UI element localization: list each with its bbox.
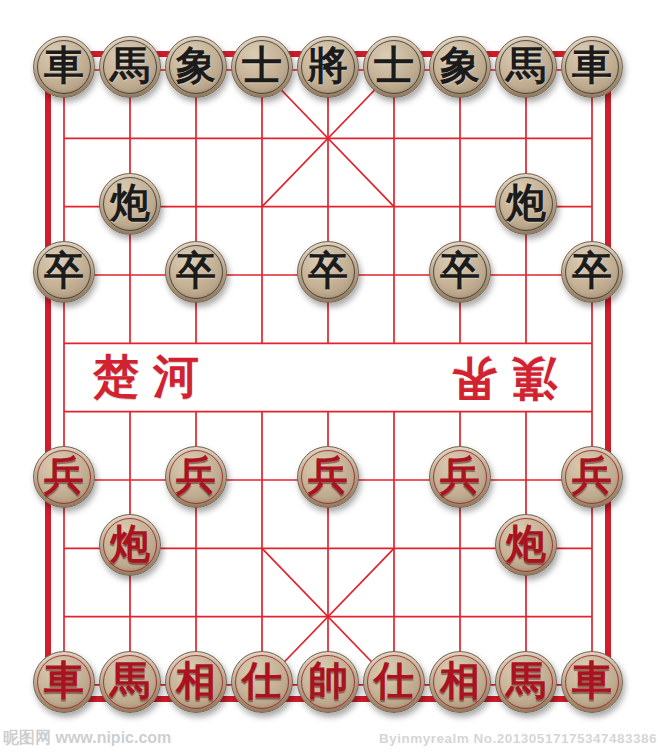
piece-glyph: 卒 bbox=[572, 251, 612, 291]
piece-black-soldier[interactable]: 卒 bbox=[165, 241, 227, 303]
piece-black-general[interactable]: 將 bbox=[297, 36, 359, 98]
piece-red-soldier[interactable]: 兵 bbox=[33, 446, 95, 508]
piece-glyph: 士 bbox=[242, 46, 282, 86]
piece-red-horse[interactable]: 馬 bbox=[99, 651, 161, 713]
piece-black-chariot[interactable]: 車 bbox=[33, 36, 95, 98]
pieces-grid: 車馬象士將士象馬車炮炮卒卒卒卒卒兵兵兵兵兵炮炮車馬相仕帥仕相馬車 bbox=[31, 33, 625, 716]
piece-glyph: 馬 bbox=[110, 661, 150, 701]
piece-black-chariot[interactable]: 車 bbox=[561, 36, 623, 98]
piece-glyph: 象 bbox=[440, 46, 480, 86]
piece-black-advisor[interactable]: 士 bbox=[363, 36, 425, 98]
piece-glyph: 炮 bbox=[110, 524, 150, 564]
piece-black-soldier[interactable]: 卒 bbox=[561, 241, 623, 303]
piece-red-advisor[interactable]: 仕 bbox=[363, 651, 425, 713]
piece-red-elephant[interactable]: 相 bbox=[429, 651, 491, 713]
piece-glyph: 相 bbox=[176, 661, 216, 701]
piece-glyph: 卒 bbox=[176, 251, 216, 291]
piece-red-elephant[interactable]: 相 bbox=[165, 651, 227, 713]
piece-glyph: 炮 bbox=[506, 183, 546, 223]
piece-black-elephant[interactable]: 象 bbox=[429, 36, 491, 98]
piece-glyph: 炮 bbox=[506, 524, 546, 564]
piece-glyph: 車 bbox=[572, 661, 612, 701]
piece-red-soldier[interactable]: 兵 bbox=[429, 446, 491, 508]
piece-glyph: 馬 bbox=[506, 661, 546, 701]
piece-red-cannon[interactable]: 炮 bbox=[99, 514, 161, 576]
piece-red-soldier[interactable]: 兵 bbox=[561, 446, 623, 508]
piece-glyph: 仕 bbox=[374, 661, 414, 701]
piece-red-chariot[interactable]: 車 bbox=[33, 651, 95, 713]
piece-glyph: 將 bbox=[308, 46, 348, 86]
piece-red-cannon[interactable]: 炮 bbox=[495, 514, 557, 576]
piece-red-chariot[interactable]: 車 bbox=[561, 651, 623, 713]
piece-glyph: 車 bbox=[44, 661, 84, 701]
piece-red-soldier[interactable]: 兵 bbox=[297, 446, 359, 508]
piece-glyph: 仕 bbox=[242, 661, 282, 701]
piece-glyph: 象 bbox=[176, 46, 216, 86]
piece-glyph: 卒 bbox=[44, 251, 84, 291]
xiangqi-board-screenshot: 楚河 漢界 車馬象士將士象馬車炮炮卒卒卒卒卒兵兵兵兵兵炮炮車馬相仕帥仕相馬車 昵… bbox=[0, 0, 658, 752]
watermark-nipic: 昵图网 www.nipic.com bbox=[3, 728, 171, 749]
piece-black-advisor[interactable]: 士 bbox=[231, 36, 293, 98]
piece-red-horse[interactable]: 馬 bbox=[495, 651, 557, 713]
piece-black-horse[interactable]: 馬 bbox=[495, 36, 557, 98]
piece-glyph: 車 bbox=[572, 46, 612, 86]
piece-black-horse[interactable]: 馬 bbox=[99, 36, 161, 98]
piece-glyph: 馬 bbox=[110, 46, 150, 86]
piece-glyph: 兵 bbox=[308, 456, 348, 496]
piece-black-soldier[interactable]: 卒 bbox=[429, 241, 491, 303]
piece-glyph: 卒 bbox=[440, 251, 480, 291]
piece-glyph: 卒 bbox=[308, 251, 348, 291]
piece-glyph: 馬 bbox=[506, 46, 546, 86]
piece-glyph: 兵 bbox=[572, 456, 612, 496]
piece-black-cannon[interactable]: 炮 bbox=[495, 173, 557, 235]
piece-glyph: 士 bbox=[374, 46, 414, 86]
piece-black-soldier[interactable]: 卒 bbox=[297, 241, 359, 303]
watermark-serial: Byinmyrealm No.20130517175347483386 bbox=[379, 731, 657, 746]
piece-glyph: 兵 bbox=[440, 456, 480, 496]
piece-red-general[interactable]: 帥 bbox=[297, 651, 359, 713]
piece-black-elephant[interactable]: 象 bbox=[165, 36, 227, 98]
piece-black-soldier[interactable]: 卒 bbox=[33, 241, 95, 303]
piece-black-cannon[interactable]: 炮 bbox=[99, 173, 161, 235]
piece-glyph: 炮 bbox=[110, 183, 150, 223]
piece-glyph: 相 bbox=[440, 661, 480, 701]
piece-glyph: 兵 bbox=[44, 456, 84, 496]
piece-glyph: 帥 bbox=[308, 661, 348, 701]
piece-red-soldier[interactable]: 兵 bbox=[165, 446, 227, 508]
piece-glyph: 車 bbox=[44, 46, 84, 86]
piece-glyph: 兵 bbox=[176, 456, 216, 496]
piece-red-advisor[interactable]: 仕 bbox=[231, 651, 293, 713]
